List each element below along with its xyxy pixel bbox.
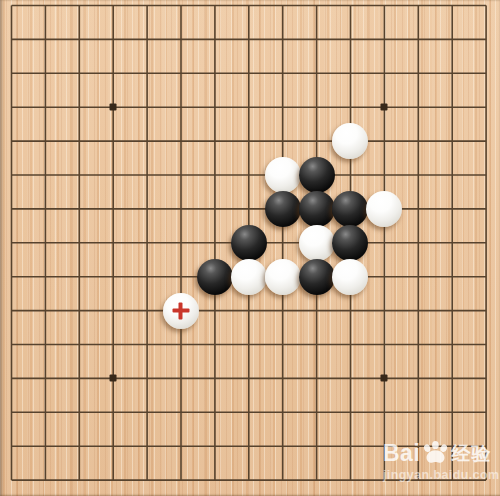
board-cell[interactable] xyxy=(62,327,96,361)
board-cell[interactable] xyxy=(96,158,130,192)
key-point-bracket-marker xyxy=(266,226,300,260)
board-cell[interactable] xyxy=(333,56,367,90)
board-cell xyxy=(333,124,367,158)
board-cell[interactable] xyxy=(164,429,198,463)
board-cell[interactable] xyxy=(164,395,198,429)
board-cell[interactable] xyxy=(164,124,198,158)
board-cell[interactable] xyxy=(164,463,198,496)
board-cell[interactable] xyxy=(469,56,500,90)
board-cell[interactable] xyxy=(28,158,62,192)
board-cell[interactable] xyxy=(469,226,500,260)
board-cell xyxy=(266,192,300,226)
board-cell[interactable] xyxy=(300,395,334,429)
board-cell[interactable] xyxy=(62,90,96,124)
board-cell xyxy=(333,260,367,294)
board-cell[interactable] xyxy=(198,361,232,395)
board-cell[interactable] xyxy=(435,294,469,328)
white-stone xyxy=(332,123,368,159)
board-cell[interactable] xyxy=(164,158,198,192)
board-cell[interactable] xyxy=(435,124,469,158)
board-cell[interactable] xyxy=(333,463,367,496)
board-cell[interactable] xyxy=(164,361,198,395)
board-cell[interactable] xyxy=(232,56,266,90)
board-cell[interactable] xyxy=(266,429,300,463)
white-stone xyxy=(163,293,199,329)
board-cell[interactable] xyxy=(232,0,266,22)
board-cell[interactable] xyxy=(96,124,130,158)
board-cell[interactable] xyxy=(367,226,401,260)
board-cell[interactable] xyxy=(62,260,96,294)
board-cell[interactable] xyxy=(130,294,164,328)
board-cell[interactable] xyxy=(62,294,96,328)
board-cell[interactable] xyxy=(198,395,232,429)
board-cell[interactable] xyxy=(300,361,334,395)
board-cell[interactable] xyxy=(96,22,130,56)
board-cell[interactable] xyxy=(401,158,435,192)
board-cell[interactable] xyxy=(333,0,367,22)
board-cell[interactable] xyxy=(198,158,232,192)
board-cell[interactable] xyxy=(130,463,164,496)
board-cell[interactable] xyxy=(96,260,130,294)
board-cell[interactable] xyxy=(0,429,28,463)
black-stone xyxy=(332,191,368,227)
board-cell[interactable] xyxy=(401,192,435,226)
board-cell[interactable] xyxy=(333,429,367,463)
board-cell[interactable] xyxy=(266,294,300,328)
board-cell[interactable] xyxy=(401,260,435,294)
board-cell[interactable] xyxy=(164,0,198,22)
board-cell[interactable] xyxy=(401,395,435,429)
board-cell xyxy=(164,294,198,328)
board-cell[interactable] xyxy=(0,22,28,56)
board-cell[interactable] xyxy=(266,124,300,158)
star-point xyxy=(110,375,117,382)
board-cell[interactable] xyxy=(435,56,469,90)
board-cell[interactable] xyxy=(266,226,300,260)
board-cell[interactable] xyxy=(469,327,500,361)
board-cell[interactable] xyxy=(469,22,500,56)
board-cell[interactable] xyxy=(0,90,28,124)
white-stone xyxy=(332,259,368,295)
board-cell[interactable] xyxy=(333,294,367,328)
board-cell[interactable] xyxy=(435,327,469,361)
board-cell[interactable] xyxy=(266,463,300,496)
board-cell[interactable] xyxy=(164,22,198,56)
board-cell[interactable] xyxy=(232,158,266,192)
board-cell[interactable] xyxy=(96,429,130,463)
board-cell[interactable] xyxy=(469,361,500,395)
board-cell[interactable] xyxy=(96,395,130,429)
board-cell[interactable] xyxy=(198,294,232,328)
board-cell xyxy=(300,226,334,260)
board-cell[interactable] xyxy=(28,429,62,463)
board-cell[interactable] xyxy=(435,158,469,192)
board-cell[interactable] xyxy=(469,90,500,124)
board-cell[interactable] xyxy=(198,0,232,22)
board-cell[interactable] xyxy=(266,395,300,429)
star-point xyxy=(381,104,388,111)
board-cell[interactable] xyxy=(333,395,367,429)
white-stone xyxy=(231,259,267,295)
board-cell[interactable] xyxy=(401,22,435,56)
board-cell[interactable] xyxy=(130,429,164,463)
board-cell[interactable] xyxy=(28,395,62,429)
board-cell[interactable] xyxy=(96,294,130,328)
bracket-corner xyxy=(266,251,275,260)
board-cell[interactable] xyxy=(367,90,401,124)
board-cell[interactable] xyxy=(164,90,198,124)
board-cell[interactable] xyxy=(96,463,130,496)
white-stone xyxy=(299,225,335,261)
board-cell xyxy=(333,226,367,260)
board-cell[interactable] xyxy=(300,327,334,361)
board-cell[interactable] xyxy=(198,90,232,124)
board-cell[interactable] xyxy=(300,463,334,496)
board-cell[interactable] xyxy=(28,22,62,56)
board-cell[interactable] xyxy=(0,124,28,158)
board-cell[interactable] xyxy=(367,124,401,158)
board-cell xyxy=(266,260,300,294)
board-cell[interactable] xyxy=(0,192,28,226)
board-cell[interactable] xyxy=(333,22,367,56)
board-cell[interactable] xyxy=(232,294,266,328)
board-cell[interactable] xyxy=(96,56,130,90)
board-cell[interactable] xyxy=(266,361,300,395)
white-stone xyxy=(366,191,402,227)
board-intersections-grid xyxy=(0,0,500,496)
board-cell[interactable] xyxy=(367,0,401,22)
board-cell[interactable] xyxy=(401,327,435,361)
board-cell[interactable] xyxy=(232,192,266,226)
board-cell[interactable] xyxy=(401,294,435,328)
board-cell[interactable] xyxy=(62,124,96,158)
board-cell[interactable] xyxy=(62,463,96,496)
board-cell[interactable] xyxy=(333,327,367,361)
last-move-cross-marker xyxy=(172,302,189,319)
baidu-jingyan-watermark: Bai 经验 jingyan.baidu.com xyxy=(383,440,500,482)
board-cell[interactable] xyxy=(469,192,500,226)
black-stone xyxy=(265,191,301,227)
board-cell[interactable] xyxy=(266,90,300,124)
board-cell[interactable] xyxy=(198,429,232,463)
watermark-brand-row: Bai 经验 xyxy=(383,440,500,467)
board-cell[interactable] xyxy=(300,124,334,158)
board-cell[interactable] xyxy=(367,260,401,294)
board-cell[interactable] xyxy=(469,0,500,22)
board-cell xyxy=(232,226,266,260)
board-cell[interactable] xyxy=(367,361,401,395)
board-cell[interactable] xyxy=(435,22,469,56)
board-cell[interactable] xyxy=(0,226,28,260)
board-cell[interactable] xyxy=(232,395,266,429)
board-cell[interactable] xyxy=(198,22,232,56)
board-cell[interactable] xyxy=(0,56,28,90)
board-cell[interactable] xyxy=(0,463,28,496)
board-cell[interactable] xyxy=(300,90,334,124)
board-cell xyxy=(300,158,334,192)
board-cell[interactable] xyxy=(96,361,130,395)
board-cell[interactable] xyxy=(164,260,198,294)
board-cell xyxy=(300,192,334,226)
board-cell[interactable] xyxy=(62,192,96,226)
board-cell[interactable] xyxy=(130,56,164,90)
board-cell[interactable] xyxy=(0,294,28,328)
bracket-corner xyxy=(291,226,300,235)
board-cell[interactable] xyxy=(401,226,435,260)
board-cell[interactable] xyxy=(401,124,435,158)
board-cell[interactable] xyxy=(62,56,96,90)
board-cell[interactable] xyxy=(62,158,96,192)
star-point xyxy=(381,375,388,382)
board-cell[interactable] xyxy=(130,90,164,124)
board-cell xyxy=(333,192,367,226)
board-cell[interactable] xyxy=(130,0,164,22)
board-cell[interactable] xyxy=(130,192,164,226)
board-cell[interactable] xyxy=(28,294,62,328)
board-cell[interactable] xyxy=(367,327,401,361)
board-cell[interactable] xyxy=(0,395,28,429)
star-point xyxy=(110,104,117,111)
bracket-corner xyxy=(266,226,275,235)
board-cell[interactable] xyxy=(130,124,164,158)
board-cell[interactable] xyxy=(130,361,164,395)
board-cell[interactable] xyxy=(266,0,300,22)
board-cell xyxy=(266,158,300,192)
board-cell[interactable] xyxy=(367,158,401,192)
board-cell[interactable] xyxy=(28,0,62,22)
board-cell[interactable] xyxy=(164,56,198,90)
board-cell[interactable] xyxy=(401,56,435,90)
bracket-corner xyxy=(291,251,300,260)
white-stone xyxy=(265,157,301,193)
board-cell[interactable] xyxy=(300,294,334,328)
board-cell[interactable] xyxy=(266,327,300,361)
board-cell[interactable] xyxy=(62,361,96,395)
board-cell[interactable] xyxy=(401,361,435,395)
board-cell[interactable] xyxy=(232,361,266,395)
board-cell[interactable] xyxy=(401,0,435,22)
board-cell[interactable] xyxy=(130,260,164,294)
board-cell[interactable] xyxy=(96,192,130,226)
board-cell[interactable] xyxy=(62,395,96,429)
board-cell[interactable] xyxy=(232,22,266,56)
board-cell[interactable] xyxy=(96,90,130,124)
board-cell[interactable] xyxy=(28,463,62,496)
board-cell[interactable] xyxy=(28,192,62,226)
board-cell[interactable] xyxy=(130,395,164,429)
board-cell[interactable] xyxy=(367,56,401,90)
board-cell[interactable] xyxy=(62,226,96,260)
black-stone xyxy=(332,225,368,261)
board-cell[interactable] xyxy=(198,226,232,260)
board-cell[interactable] xyxy=(198,463,232,496)
black-stone xyxy=(299,157,335,193)
board-cell[interactable] xyxy=(62,0,96,22)
board-cell[interactable] xyxy=(28,226,62,260)
board-cell[interactable] xyxy=(232,429,266,463)
board-cell[interactable] xyxy=(266,56,300,90)
board-cell[interactable] xyxy=(469,294,500,328)
board-cell[interactable] xyxy=(62,429,96,463)
board-cell[interactable] xyxy=(0,361,28,395)
board-cell[interactable] xyxy=(469,158,500,192)
board-cell[interactable] xyxy=(333,361,367,395)
board-cell[interactable] xyxy=(0,260,28,294)
board-cell[interactable] xyxy=(469,260,500,294)
watermark-brand-cn: 经验 xyxy=(451,444,491,463)
board-cell[interactable] xyxy=(28,327,62,361)
board-cell[interactable] xyxy=(469,124,500,158)
board-cell[interactable] xyxy=(435,260,469,294)
watermark-url: jingyan.baidu.com xyxy=(383,469,500,482)
board-cell[interactable] xyxy=(164,327,198,361)
board-cell[interactable] xyxy=(96,226,130,260)
black-stone xyxy=(299,191,335,227)
baidu-paw-icon xyxy=(422,440,449,465)
board-cell[interactable] xyxy=(28,361,62,395)
board-cell[interactable] xyxy=(198,56,232,90)
board-cell[interactable] xyxy=(469,395,500,429)
board-cell[interactable] xyxy=(333,90,367,124)
board-cell[interactable] xyxy=(28,260,62,294)
board-cell xyxy=(300,260,334,294)
board-cell xyxy=(367,192,401,226)
board-cell[interactable] xyxy=(130,22,164,56)
board-cell[interactable] xyxy=(96,0,130,22)
board-cell[interactable] xyxy=(130,226,164,260)
board-cell[interactable] xyxy=(232,463,266,496)
board-cell[interactable] xyxy=(435,226,469,260)
board-cell[interactable] xyxy=(164,226,198,260)
white-stone xyxy=(265,259,301,295)
board-cell[interactable] xyxy=(367,395,401,429)
board-cell[interactable] xyxy=(401,90,435,124)
board-cell[interactable] xyxy=(232,327,266,361)
board-cell[interactable] xyxy=(435,90,469,124)
board-cell[interactable] xyxy=(198,192,232,226)
go-board: Bai 经验 jingyan.baidu.com xyxy=(0,0,500,496)
board-cell[interactable] xyxy=(367,294,401,328)
board-cell[interactable] xyxy=(435,395,469,429)
board-cell[interactable] xyxy=(266,22,300,56)
board-cell[interactable] xyxy=(300,22,334,56)
board-cell[interactable] xyxy=(300,0,334,22)
board-cell[interactable] xyxy=(435,192,469,226)
black-stone xyxy=(299,259,335,295)
black-stone xyxy=(231,225,267,261)
board-cell[interactable] xyxy=(130,158,164,192)
board-cell[interactable] xyxy=(435,361,469,395)
board-cell[interactable] xyxy=(198,124,232,158)
black-stone xyxy=(197,259,233,295)
board-cell[interactable] xyxy=(300,56,334,90)
board-cell[interactable] xyxy=(62,22,96,56)
board-cell[interactable] xyxy=(96,327,130,361)
board-cell[interactable] xyxy=(0,158,28,192)
board-cell xyxy=(198,260,232,294)
board-cell[interactable] xyxy=(28,56,62,90)
board-cell[interactable] xyxy=(28,124,62,158)
board-cell[interactable] xyxy=(300,429,334,463)
board-cell[interactable] xyxy=(164,192,198,226)
board-cell[interactable] xyxy=(367,22,401,56)
board-cell[interactable] xyxy=(28,90,62,124)
board-cell[interactable] xyxy=(232,124,266,158)
board-cell[interactable] xyxy=(0,0,28,22)
board-cell[interactable] xyxy=(232,90,266,124)
watermark-brand-latin: Bai xyxy=(383,442,420,465)
board-cell[interactable] xyxy=(333,158,367,192)
board-cell xyxy=(232,260,266,294)
board-cell[interactable] xyxy=(0,327,28,361)
board-cell[interactable] xyxy=(130,327,164,361)
board-cell[interactable] xyxy=(198,327,232,361)
board-cell[interactable] xyxy=(435,0,469,22)
